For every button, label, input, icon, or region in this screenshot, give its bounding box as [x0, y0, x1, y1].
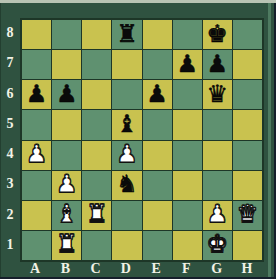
square-g3[interactable]	[203, 171, 232, 200]
square-d3[interactable]: ♞	[112, 171, 141, 200]
rank-labels: 87654321	[0, 18, 20, 260]
square-b2[interactable]: ♝	[52, 201, 81, 230]
square-g1[interactable]: ♚	[203, 231, 232, 260]
square-f8[interactable]	[173, 20, 202, 49]
square-f1[interactable]	[173, 231, 202, 260]
chess-board-window: 87654321 ♜♚♟♟♟♟♟♛♝♟♟♟♞♝♜♟♛♜♚ ABCDEFGH	[0, 0, 276, 279]
square-b6[interactable]: ♟	[52, 80, 81, 109]
square-g4[interactable]	[203, 141, 232, 170]
piece-black-pawn[interactable]: ♟	[26, 82, 48, 106]
file-label-g: G	[202, 260, 232, 277]
square-a8[interactable]	[22, 20, 51, 49]
square-f5[interactable]	[173, 110, 202, 139]
rank-label-8: 8	[0, 18, 20, 48]
window-top-strip	[0, 0, 276, 3]
piece-black-knight[interactable]: ♞	[116, 172, 138, 196]
square-g7[interactable]: ♟	[203, 50, 232, 79]
square-h5[interactable]	[233, 110, 262, 139]
piece-white-pawn[interactable]: ♟	[56, 172, 78, 196]
piece-black-pawn[interactable]: ♟	[176, 52, 198, 76]
file-label-h: H	[232, 260, 262, 277]
file-label-c: C	[81, 260, 111, 277]
square-h8[interactable]	[233, 20, 262, 49]
square-g6[interactable]: ♛	[203, 80, 232, 109]
square-a2[interactable]	[22, 201, 51, 230]
square-g2[interactable]: ♟	[203, 201, 232, 230]
piece-black-bishop[interactable]: ♝	[116, 112, 138, 136]
piece-white-pawn[interactable]: ♟	[116, 142, 138, 166]
rank-label-2: 2	[0, 200, 20, 230]
square-e1[interactable]	[143, 231, 172, 260]
frame-bevel-highlight	[268, 2, 271, 277]
square-b3[interactable]: ♟	[52, 171, 81, 200]
file-label-f: F	[171, 260, 201, 277]
rank-label-3: 3	[0, 169, 20, 199]
square-b7[interactable]	[52, 50, 81, 79]
piece-white-rook[interactable]: ♜	[56, 232, 78, 256]
square-a5[interactable]	[22, 110, 51, 139]
square-f7[interactable]: ♟	[173, 50, 202, 79]
square-f6[interactable]	[173, 80, 202, 109]
square-b8[interactable]	[52, 20, 81, 49]
square-d5[interactable]: ♝	[112, 110, 141, 139]
square-c1[interactable]	[82, 231, 111, 260]
rank-label-5: 5	[0, 109, 20, 139]
square-c6[interactable]	[82, 80, 111, 109]
file-label-b: B	[50, 260, 80, 277]
file-labels: ABCDEFGH	[20, 260, 262, 277]
chess-board: ♜♚♟♟♟♟♟♛♝♟♟♟♞♝♜♟♛♜♚	[20, 18, 264, 262]
square-d8[interactable]: ♜	[112, 20, 141, 49]
piece-black-pawn[interactable]: ♟	[56, 82, 78, 106]
square-a7[interactable]	[22, 50, 51, 79]
square-c8[interactable]	[82, 20, 111, 49]
square-a3[interactable]	[22, 171, 51, 200]
square-e2[interactable]	[143, 201, 172, 230]
square-c5[interactable]	[82, 110, 111, 139]
square-b1[interactable]: ♜	[52, 231, 81, 260]
square-e7[interactable]	[143, 50, 172, 79]
square-g8[interactable]: ♚	[203, 20, 232, 49]
square-c7[interactable]	[82, 50, 111, 79]
piece-white-rook[interactable]: ♜	[86, 202, 108, 226]
square-h2[interactable]: ♛	[233, 201, 262, 230]
square-h3[interactable]	[233, 171, 262, 200]
square-h4[interactable]	[233, 141, 262, 170]
square-a1[interactable]	[22, 231, 51, 260]
piece-white-king[interactable]: ♚	[207, 232, 229, 256]
square-e8[interactable]	[143, 20, 172, 49]
square-f2[interactable]	[173, 201, 202, 230]
square-c3[interactable]	[82, 171, 111, 200]
rank-label-1: 1	[0, 230, 20, 260]
file-label-e: E	[141, 260, 171, 277]
file-label-a: A	[20, 260, 50, 277]
square-e4[interactable]	[143, 141, 172, 170]
square-g5[interactable]	[203, 110, 232, 139]
square-h7[interactable]	[233, 50, 262, 79]
piece-black-rook[interactable]: ♜	[116, 22, 138, 46]
square-c4[interactable]	[82, 141, 111, 170]
piece-black-pawn[interactable]: ♟	[146, 82, 168, 106]
square-f4[interactable]	[173, 141, 202, 170]
rank-label-6: 6	[0, 79, 20, 109]
square-d4[interactable]: ♟	[112, 141, 141, 170]
piece-white-pawn[interactable]: ♟	[207, 202, 229, 226]
square-b4[interactable]	[52, 141, 81, 170]
square-h6[interactable]	[233, 80, 262, 109]
rank-label-7: 7	[0, 48, 20, 78]
piece-black-king[interactable]: ♚	[207, 22, 229, 46]
square-h1[interactable]	[233, 231, 262, 260]
square-d7[interactable]	[112, 50, 141, 79]
file-label-d: D	[111, 260, 141, 277]
square-f3[interactable]	[173, 171, 202, 200]
piece-white-pawn[interactable]: ♟	[26, 142, 48, 166]
square-e6[interactable]: ♟	[143, 80, 172, 109]
square-d2[interactable]	[112, 201, 141, 230]
piece-black-pawn[interactable]: ♟	[207, 52, 229, 76]
piece-white-bishop[interactable]: ♝	[56, 202, 78, 226]
square-e3[interactable]	[143, 171, 172, 200]
square-c2[interactable]: ♜	[82, 201, 111, 230]
piece-black-queen[interactable]: ♛	[207, 82, 229, 106]
square-d6[interactable]	[112, 80, 141, 109]
rank-label-4: 4	[0, 139, 20, 169]
square-e5[interactable]	[143, 110, 172, 139]
square-a6[interactable]: ♟	[22, 80, 51, 109]
square-b5[interactable]	[52, 110, 81, 139]
square-a4[interactable]: ♟	[22, 141, 51, 170]
piece-white-queen[interactable]: ♛	[237, 202, 259, 226]
square-d1[interactable]	[112, 231, 141, 260]
